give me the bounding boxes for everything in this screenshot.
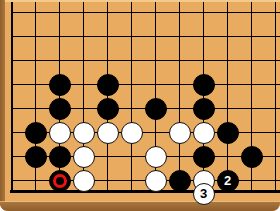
- white-stone-move-3: 3: [193, 183, 215, 205]
- black-stone-marked: [49, 170, 71, 192]
- white-stone: [193, 122, 215, 144]
- board-top-highlight: [0, 0, 280, 2]
- black-stone: [241, 146, 263, 168]
- white-stone: [73, 170, 95, 192]
- black-stone: [217, 122, 239, 144]
- black-stone: [97, 74, 119, 96]
- board-bottom-wood-edge: [0, 202, 280, 211]
- black-stone: [193, 146, 215, 168]
- grid-line-horizontal: [11, 60, 280, 61]
- black-stone: [49, 98, 71, 120]
- white-stone: [73, 122, 95, 144]
- white-stone: [73, 146, 95, 168]
- grid-line-vertical: [227, 2, 228, 191]
- white-stone: [49, 122, 71, 144]
- black-stone: [169, 170, 191, 192]
- grid-line-vertical: [11, 2, 13, 191]
- go-board: 23: [0, 0, 280, 211]
- grid-line-vertical: [107, 2, 108, 191]
- go-diagram: 23: [0, 0, 280, 211]
- board-edge-line: [10, 190, 280, 193]
- white-stone: [145, 170, 167, 192]
- black-stone: [193, 74, 215, 96]
- black-stone: [145, 98, 167, 120]
- black-stone: [193, 98, 215, 120]
- white-stone: [145, 146, 167, 168]
- black-stone: [25, 146, 47, 168]
- black-stone: [49, 146, 71, 168]
- grid-line-vertical: [275, 2, 276, 191]
- black-stone: [49, 74, 71, 96]
- white-stone: [169, 122, 191, 144]
- red-circle-marker: [53, 174, 67, 188]
- black-stone: [25, 122, 47, 144]
- white-stone: [97, 122, 119, 144]
- grid-line-vertical: [131, 2, 132, 191]
- grid-line-horizontal: [11, 36, 280, 37]
- board-left-wood-edge: [0, 0, 5, 211]
- black-stone-move-2: 2: [217, 170, 239, 192]
- move-number-label: 3: [200, 187, 207, 200]
- grid-line-vertical: [179, 2, 180, 191]
- move-number-label: 2: [224, 174, 231, 187]
- grid-line-horizontal: [11, 12, 280, 13]
- white-stone: [121, 122, 143, 144]
- black-stone: [97, 98, 119, 120]
